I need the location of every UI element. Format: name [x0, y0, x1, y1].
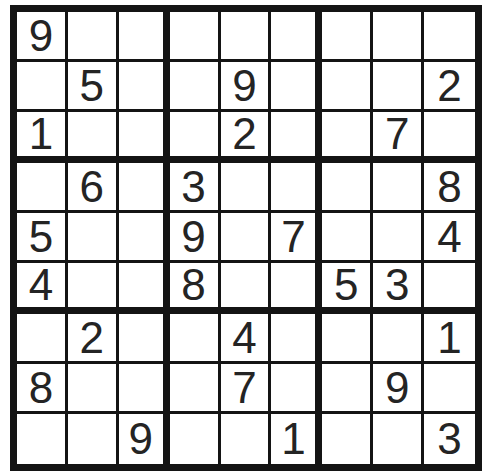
- cell-r6c3[interactable]: [119, 263, 170, 314]
- cell-r7c8[interactable]: [373, 314, 424, 364]
- cell-r8c3[interactable]: [119, 364, 170, 414]
- cell-r8c2[interactable]: [68, 364, 119, 414]
- cell-r8c5[interactable]: 7: [221, 364, 272, 414]
- cell-r4c3[interactable]: [119, 163, 170, 213]
- cell-r4c4[interactable]: 3: [170, 163, 221, 213]
- cell-r7c7[interactable]: [322, 314, 373, 364]
- cell-r1c3[interactable]: [119, 12, 170, 62]
- cell-r7c5[interactable]: 4: [221, 314, 272, 364]
- cell-r3c5[interactable]: 2: [221, 112, 272, 163]
- cell-r2c4[interactable]: [170, 62, 221, 112]
- cell-r5c6[interactable]: 7: [271, 213, 322, 263]
- cell-r3c4[interactable]: [170, 112, 221, 163]
- sudoku-board: 959212763859744853241879913: [10, 5, 482, 471]
- cell-r6c2[interactable]: [68, 263, 119, 314]
- cell-r2c2[interactable]: 5: [68, 62, 119, 112]
- cell-r7c2[interactable]: 2: [68, 314, 119, 364]
- cell-r5c9[interactable]: 4: [424, 213, 475, 263]
- cell-r4c5[interactable]: [221, 163, 272, 213]
- cell-r1c8[interactable]: [373, 12, 424, 62]
- cell-r7c1[interactable]: [17, 314, 68, 364]
- cell-r9c5[interactable]: [221, 414, 272, 464]
- cell-r2c8[interactable]: [373, 62, 424, 112]
- cell-r1c5[interactable]: [221, 12, 272, 62]
- cell-r8c9[interactable]: [424, 364, 475, 414]
- cell-r8c8[interactable]: 9: [373, 364, 424, 414]
- cell-r3c6[interactable]: [271, 112, 322, 163]
- cell-r4c7[interactable]: [322, 163, 373, 213]
- cell-r7c6[interactable]: [271, 314, 322, 364]
- cell-r4c1[interactable]: [17, 163, 68, 213]
- cell-r9c3[interactable]: 9: [119, 414, 170, 464]
- cell-r2c3[interactable]: [119, 62, 170, 112]
- cell-r5c8[interactable]: [373, 213, 424, 263]
- cell-r9c7[interactable]: [322, 414, 373, 464]
- cell-r8c7[interactable]: [322, 364, 373, 414]
- cell-r6c4[interactable]: 8: [170, 263, 221, 314]
- cell-r8c6[interactable]: [271, 364, 322, 414]
- cell-r7c3[interactable]: [119, 314, 170, 364]
- cell-r9c8[interactable]: [373, 414, 424, 464]
- cell-r1c7[interactable]: [322, 12, 373, 62]
- cell-r8c4[interactable]: [170, 364, 221, 414]
- cell-r9c9[interactable]: 3: [424, 414, 475, 464]
- sudoku-page: 959212763859744853241879913: [0, 0, 485, 475]
- cell-r6c5[interactable]: [221, 263, 272, 314]
- cell-r1c9[interactable]: [424, 12, 475, 62]
- cell-r1c2[interactable]: [68, 12, 119, 62]
- cell-r5c3[interactable]: [119, 213, 170, 263]
- cell-r9c2[interactable]: [68, 414, 119, 464]
- cell-r6c8[interactable]: 3: [373, 263, 424, 314]
- cell-r1c1[interactable]: 9: [17, 12, 68, 62]
- cell-r2c6[interactable]: [271, 62, 322, 112]
- cell-r3c7[interactable]: [322, 112, 373, 163]
- cell-r5c7[interactable]: [322, 213, 373, 263]
- cell-r1c6[interactable]: [271, 12, 322, 62]
- cell-r7c4[interactable]: [170, 314, 221, 364]
- cell-r5c4[interactable]: 9: [170, 213, 221, 263]
- cell-r9c6[interactable]: 1: [271, 414, 322, 464]
- cell-r2c1[interactable]: [17, 62, 68, 112]
- cell-r6c6[interactable]: [271, 263, 322, 314]
- cell-r4c6[interactable]: [271, 163, 322, 213]
- cell-r2c5[interactable]: 9: [221, 62, 272, 112]
- cell-r3c1[interactable]: 1: [17, 112, 68, 163]
- cell-r5c1[interactable]: 5: [17, 213, 68, 263]
- cell-r6c7[interactable]: 5: [322, 263, 373, 314]
- cell-r6c9[interactable]: [424, 263, 475, 314]
- cell-r8c1[interactable]: 8: [17, 364, 68, 414]
- cell-r4c8[interactable]: [373, 163, 424, 213]
- cell-r7c9[interactable]: 1: [424, 314, 475, 364]
- cell-r3c9[interactable]: [424, 112, 475, 163]
- cell-r4c9[interactable]: 8: [424, 163, 475, 213]
- cell-r9c4[interactable]: [170, 414, 221, 464]
- cell-r1c4[interactable]: [170, 12, 221, 62]
- cell-r6c1[interactable]: 4: [17, 263, 68, 314]
- cell-r2c7[interactable]: [322, 62, 373, 112]
- cell-r3c3[interactable]: [119, 112, 170, 163]
- cell-r4c2[interactable]: 6: [68, 163, 119, 213]
- cell-r3c2[interactable]: [68, 112, 119, 163]
- cell-r2c9[interactable]: 2: [424, 62, 475, 112]
- cell-r5c5[interactable]: [221, 213, 272, 263]
- cell-r9c1[interactable]: [17, 414, 68, 464]
- cell-r5c2[interactable]: [68, 213, 119, 263]
- cell-r3c8[interactable]: 7: [373, 112, 424, 163]
